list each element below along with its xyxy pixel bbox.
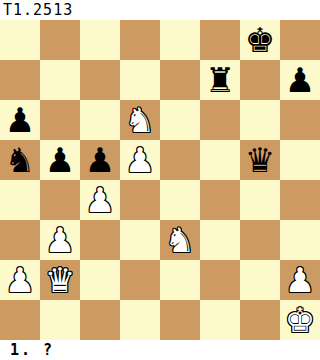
square-b4[interactable]: [40, 180, 80, 220]
piece-white-pawn: ♟: [0, 260, 40, 300]
chess-board: ♚♜♟♟♞♞♟♟♟♛♟♟♞♟♛♟♚: [0, 20, 320, 340]
square-d8[interactable]: [120, 20, 160, 60]
square-b6[interactable]: [40, 100, 80, 140]
square-a6[interactable]: ♟: [0, 100, 40, 140]
square-f5[interactable]: [200, 140, 240, 180]
square-e3[interactable]: ♞: [160, 220, 200, 260]
square-h3[interactable]: [280, 220, 320, 260]
square-h6[interactable]: [280, 100, 320, 140]
square-g7[interactable]: [240, 60, 280, 100]
square-c4[interactable]: ♟: [80, 180, 120, 220]
piece-black-king: ♚: [240, 20, 280, 60]
square-g3[interactable]: [240, 220, 280, 260]
square-d3[interactable]: [120, 220, 160, 260]
square-d4[interactable]: [120, 180, 160, 220]
piece-white-pawn: ♟: [40, 220, 80, 260]
square-f2[interactable]: [200, 260, 240, 300]
square-b3[interactable]: ♟: [40, 220, 80, 260]
square-e7[interactable]: [160, 60, 200, 100]
square-h5[interactable]: [280, 140, 320, 180]
square-f7[interactable]: ♜: [200, 60, 240, 100]
square-a8[interactable]: [0, 20, 40, 60]
piece-white-pawn: ♟: [80, 180, 120, 220]
square-h1[interactable]: ♚: [280, 300, 320, 340]
square-g1[interactable]: [240, 300, 280, 340]
piece-black-pawn: ♟: [0, 100, 40, 140]
square-d5[interactable]: ♟: [120, 140, 160, 180]
piece-white-pawn: ♟: [120, 140, 160, 180]
piece-white-king: ♚: [280, 300, 320, 340]
move-prompt: 1. ?: [0, 340, 320, 360]
square-c1[interactable]: [80, 300, 120, 340]
square-g8[interactable]: ♚: [240, 20, 280, 60]
piece-black-rook: ♜: [200, 60, 240, 100]
square-h4[interactable]: [280, 180, 320, 220]
square-d7[interactable]: [120, 60, 160, 100]
piece-black-pawn: ♟: [80, 140, 120, 180]
piece-white-pawn: ♟: [280, 260, 320, 300]
square-a5[interactable]: ♞: [0, 140, 40, 180]
square-b7[interactable]: [40, 60, 80, 100]
square-e2[interactable]: [160, 260, 200, 300]
piece-black-pawn: ♟: [280, 60, 320, 100]
square-a1[interactable]: [0, 300, 40, 340]
square-c5[interactable]: ♟: [80, 140, 120, 180]
square-b8[interactable]: [40, 20, 80, 60]
square-f4[interactable]: [200, 180, 240, 220]
square-e5[interactable]: [160, 140, 200, 180]
square-d6[interactable]: ♞: [120, 100, 160, 140]
square-g2[interactable]: [240, 260, 280, 300]
square-g6[interactable]: [240, 100, 280, 140]
square-c2[interactable]: [80, 260, 120, 300]
square-e1[interactable]: [160, 300, 200, 340]
square-a2[interactable]: ♟: [0, 260, 40, 300]
piece-white-knight: ♞: [120, 100, 160, 140]
square-h7[interactable]: ♟: [280, 60, 320, 100]
piece-black-knight: ♞: [0, 140, 40, 180]
square-e8[interactable]: [160, 20, 200, 60]
piece-black-pawn: ♟: [40, 140, 80, 180]
square-b1[interactable]: [40, 300, 80, 340]
square-b5[interactable]: ♟: [40, 140, 80, 180]
square-a3[interactable]: [0, 220, 40, 260]
piece-white-knight: ♞: [160, 220, 200, 260]
piece-black-queen: ♛: [240, 140, 280, 180]
square-c7[interactable]: [80, 60, 120, 100]
square-e6[interactable]: [160, 100, 200, 140]
square-a4[interactable]: [0, 180, 40, 220]
puzzle-title: T1.2513: [0, 0, 320, 20]
square-c6[interactable]: [80, 100, 120, 140]
square-f3[interactable]: [200, 220, 240, 260]
square-e4[interactable]: [160, 180, 200, 220]
square-f6[interactable]: [200, 100, 240, 140]
square-h2[interactable]: ♟: [280, 260, 320, 300]
square-g5[interactable]: ♛: [240, 140, 280, 180]
square-f8[interactable]: [200, 20, 240, 60]
square-b2[interactable]: ♛: [40, 260, 80, 300]
square-a7[interactable]: [0, 60, 40, 100]
square-d1[interactable]: [120, 300, 160, 340]
square-g4[interactable]: [240, 180, 280, 220]
piece-white-queen: ♛: [40, 260, 80, 300]
square-c8[interactable]: [80, 20, 120, 60]
square-d2[interactable]: [120, 260, 160, 300]
square-c3[interactable]: [80, 220, 120, 260]
square-f1[interactable]: [200, 300, 240, 340]
square-h8[interactable]: [280, 20, 320, 60]
